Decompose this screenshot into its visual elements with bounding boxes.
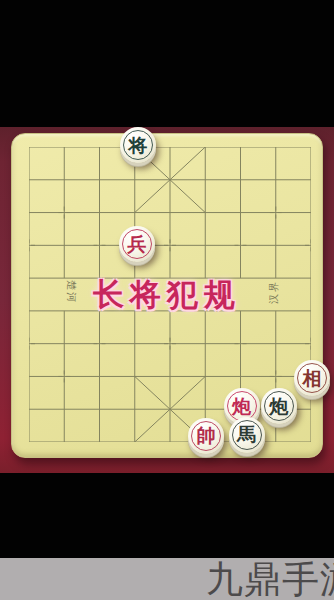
piece-red-elephant[interactable]: 相 (294, 360, 330, 396)
bottom-letterbox (0, 473, 334, 558)
piece-glyph-red-elephant: 相 (303, 369, 322, 388)
piece-glyph-black-general: 将 (128, 136, 147, 155)
top-letterbox (0, 0, 334, 127)
watermark-text: 九鼎手游网 (206, 558, 334, 600)
piece-black-horse[interactable]: 馬 (229, 417, 265, 453)
piece-black-cannon[interactable]: 炮 (261, 388, 297, 424)
watermark-band: 九鼎手游网 (0, 558, 334, 600)
board-photo: 将兵相炮炮帥馬 楚河 汉界 长将犯规 (0, 127, 334, 473)
piece-red-soldier[interactable]: 兵 (119, 226, 155, 262)
piece-glyph-red-soldier: 兵 (127, 235, 146, 254)
foul-caption: 长将犯规 (0, 277, 334, 311)
piece-glyph-red-general: 帥 (197, 426, 216, 445)
piece-black-general[interactable]: 将 (120, 127, 156, 163)
piece-glyph-black-cannon: 炮 (269, 397, 288, 416)
screenshot-root: 将兵相炮炮帥馬 楚河 汉界 长将犯规 九鼎手游网 (0, 0, 334, 600)
piece-glyph-black-horse: 馬 (237, 425, 256, 444)
piece-glyph-red-cannon: 炮 (232, 397, 251, 416)
piece-red-general[interactable]: 帥 (188, 418, 224, 454)
